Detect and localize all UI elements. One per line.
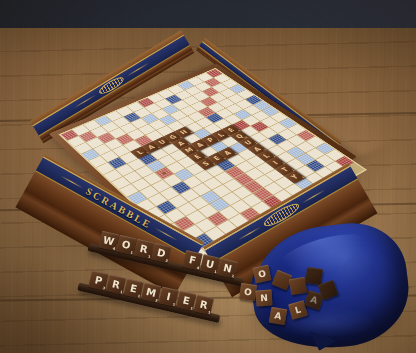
spilled-tile-O: O	[239, 283, 257, 301]
spilled-tiles: OONALA	[240, 262, 374, 353]
rack-tile-R: R1	[194, 295, 214, 315]
product-photo-scene: ★L1A1U1G2H4A1M3E1S1A1P3L1E1E1A1Q10U1A1L1…	[0, 0, 416, 353]
spilled-tile-A: A	[269, 307, 288, 326]
spilled-tile-N: N	[255, 289, 272, 306]
spilled-tile-facedown	[305, 267, 323, 285]
spilled-tile-O: O	[253, 265, 272, 284]
rack-tile-N: N1	[217, 258, 237, 278]
